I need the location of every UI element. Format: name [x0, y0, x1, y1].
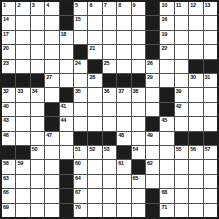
white-cell[interactable]: 19 [160, 31, 173, 44]
white-cell[interactable] [74, 31, 87, 44]
white-cell[interactable] [103, 189, 116, 202]
black-cell [189, 132, 202, 145]
white-cell[interactable]: 5 [74, 2, 87, 15]
white-cell[interactable] [146, 88, 159, 101]
white-cell[interactable] [88, 175, 101, 188]
cell-number: 44 [61, 117, 67, 123]
white-cell[interactable] [117, 16, 130, 29]
cell-number: 4 [46, 2, 49, 8]
white-cell[interactable]: 63 [2, 175, 15, 188]
cell-number: 31 [205, 74, 211, 80]
white-cell[interactable]: 13 [204, 2, 217, 15]
white-cell[interactable] [31, 117, 44, 130]
white-cell[interactable] [88, 204, 101, 217]
white-cell[interactable]: 60 [74, 160, 87, 173]
cell-number: 20 [3, 45, 9, 51]
white-cell[interactable] [45, 88, 58, 101]
white-cell[interactable]: 32 [2, 88, 15, 101]
white-cell[interactable] [146, 146, 159, 159]
black-cell [204, 60, 217, 73]
white-cell[interactable] [45, 189, 58, 202]
cell-number: 8 [118, 2, 121, 8]
cell-number: 1 [3, 2, 6, 8]
white-cell[interactable] [175, 74, 188, 87]
white-cell[interactable]: 28 [88, 74, 101, 87]
white-cell[interactable] [103, 117, 116, 130]
white-cell[interactable] [88, 16, 101, 29]
white-cell[interactable] [204, 160, 217, 173]
white-cell[interactable]: 68 [160, 189, 173, 202]
white-cell[interactable] [16, 175, 29, 188]
white-cell[interactable] [31, 132, 44, 145]
white-cell[interactable] [204, 117, 217, 130]
white-cell[interactable] [132, 16, 145, 29]
white-cell[interactable] [60, 60, 73, 73]
white-cell[interactable]: 67 [74, 189, 87, 202]
white-cell[interactable] [189, 16, 202, 29]
cell-number: 5 [75, 2, 78, 8]
cell-number: 54 [133, 146, 139, 152]
black-cell [132, 74, 145, 87]
cell-number: 21 [89, 45, 95, 51]
white-cell[interactable] [88, 117, 101, 130]
cell-number: 37 [118, 88, 124, 94]
black-cell [2, 146, 15, 159]
white-cell[interactable] [160, 160, 173, 173]
white-cell[interactable] [189, 204, 202, 217]
white-cell[interactable] [189, 88, 202, 101]
black-cell [60, 160, 73, 173]
white-cell[interactable]: 42 [175, 103, 188, 116]
cell-number: 17 [3, 31, 9, 37]
cell-number: 49 [147, 132, 153, 138]
white-cell[interactable]: 49 [146, 132, 159, 145]
white-cell[interactable]: 50 [31, 146, 44, 159]
black-cell [117, 146, 130, 159]
white-cell[interactable] [146, 175, 159, 188]
white-cell[interactable] [189, 175, 202, 188]
white-cell[interactable] [88, 103, 101, 116]
white-cell[interactable]: 23 [2, 60, 15, 73]
cell-number: 53 [104, 146, 110, 152]
white-cell[interactable]: 71 [160, 204, 173, 217]
black-cell [74, 45, 87, 58]
white-cell[interactable]: 44 [60, 117, 73, 130]
white-cell[interactable] [45, 16, 58, 29]
white-cell[interactable] [175, 204, 188, 217]
white-cell[interactable] [189, 160, 202, 173]
white-cell[interactable] [160, 60, 173, 73]
white-cell[interactable]: 57 [204, 146, 217, 159]
white-cell[interactable] [31, 175, 44, 188]
white-cell[interactable]: 62 [146, 160, 159, 173]
cell-number: 15 [75, 16, 81, 22]
white-cell[interactable] [117, 175, 130, 188]
white-cell[interactable] [204, 103, 217, 116]
black-cell [60, 16, 73, 29]
black-cell [103, 74, 116, 87]
cell-number: 70 [75, 204, 81, 210]
white-cell[interactable]: 20 [2, 45, 15, 58]
black-cell [88, 60, 101, 73]
white-cell[interactable]: 41 [60, 103, 73, 116]
white-cell[interactable] [16, 45, 29, 58]
cell-number: 68 [161, 189, 167, 195]
cell-number: 16 [161, 16, 167, 22]
black-cell [60, 175, 73, 188]
black-cell [132, 160, 145, 173]
white-cell[interactable] [160, 146, 173, 159]
white-cell[interactable]: 6 [88, 2, 101, 15]
cell-number: 14 [3, 16, 9, 22]
black-cell [117, 74, 130, 87]
white-cell[interactable] [16, 132, 29, 145]
white-cell[interactable]: 38 [132, 88, 145, 101]
white-cell[interactable] [74, 117, 87, 130]
white-cell[interactable] [175, 189, 188, 202]
white-cell[interactable] [88, 88, 101, 101]
white-cell[interactable]: 24 [74, 60, 87, 73]
white-cell[interactable]: 10 [160, 2, 173, 15]
white-cell[interactable] [204, 31, 217, 44]
white-cell[interactable] [132, 132, 145, 145]
white-cell[interactable] [16, 117, 29, 130]
cell-number: 65 [133, 175, 139, 181]
cell-number: 56 [190, 146, 196, 152]
black-cell [45, 117, 58, 130]
white-cell[interactable] [45, 45, 58, 58]
white-cell[interactable]: 36 [103, 88, 116, 101]
cell-number: 64 [75, 175, 81, 181]
cell-number: 28 [89, 74, 95, 80]
white-cell[interactable] [175, 31, 188, 44]
white-cell[interactable]: 69 [2, 204, 15, 217]
white-cell[interactable] [45, 31, 58, 44]
white-cell[interactable]: 65 [132, 175, 145, 188]
white-cell[interactable]: 15 [74, 16, 87, 29]
white-cell[interactable] [31, 160, 44, 173]
cell-number: 62 [147, 160, 153, 166]
white-cell[interactable] [88, 189, 101, 202]
cell-number: 18 [61, 31, 67, 37]
cell-number: 6 [89, 2, 92, 8]
black-cell [16, 146, 29, 159]
cell-number: 12 [190, 2, 196, 8]
white-cell[interactable]: 64 [74, 175, 87, 188]
white-cell[interactable]: 66 [2, 189, 15, 202]
white-cell[interactable] [132, 45, 145, 58]
white-cell[interactable]: 8 [117, 2, 130, 15]
white-cell[interactable]: 56 [189, 146, 202, 159]
white-cell[interactable] [31, 60, 44, 73]
cell-number: 47 [46, 132, 52, 138]
cell-number: 52 [89, 146, 95, 152]
white-cell[interactable]: 52 [88, 146, 101, 159]
white-cell[interactable]: 2 [16, 2, 29, 15]
white-cell[interactable]: 11 [175, 2, 188, 15]
white-cell[interactable] [189, 189, 202, 202]
white-cell[interactable] [160, 132, 173, 145]
white-cell[interactable] [175, 16, 188, 29]
black-cell [103, 132, 116, 145]
white-cell[interactable] [74, 74, 87, 87]
white-cell[interactable] [117, 31, 130, 44]
cell-number: 66 [3, 189, 9, 195]
white-cell[interactable]: 46 [2, 132, 15, 145]
white-cell[interactable] [132, 31, 145, 44]
white-cell[interactable]: 3 [31, 2, 44, 15]
white-cell[interactable] [117, 189, 130, 202]
white-cell[interactable] [175, 45, 188, 58]
black-cell [146, 189, 159, 202]
white-cell[interactable]: 43 [2, 117, 15, 130]
white-cell[interactable] [103, 31, 116, 44]
white-cell[interactable] [103, 175, 116, 188]
white-cell[interactable] [31, 16, 44, 29]
white-cell[interactable] [204, 175, 217, 188]
white-cell[interactable]: 4 [45, 2, 58, 15]
cell-number: 3 [32, 2, 35, 8]
white-cell[interactable]: 7 [103, 2, 116, 15]
black-cell [31, 74, 44, 87]
white-cell[interactable] [103, 204, 116, 217]
white-cell[interactable]: 1 [2, 2, 15, 15]
white-cell[interactable] [45, 204, 58, 217]
cell-number: 7 [104, 2, 107, 8]
white-cell[interactable]: 12 [189, 2, 202, 15]
white-cell[interactable] [88, 160, 101, 173]
black-cell [2, 74, 15, 87]
black-cell [60, 204, 73, 217]
cell-number: 33 [17, 88, 23, 94]
white-cell[interactable] [31, 103, 44, 116]
black-cell [146, 2, 159, 15]
black-cell [45, 103, 58, 116]
cell-number: 41 [61, 103, 67, 109]
cell-number: 34 [32, 88, 38, 94]
white-cell[interactable] [189, 31, 202, 44]
black-cell [60, 88, 73, 101]
cell-number: 61 [118, 160, 124, 166]
white-cell[interactable]: 14 [2, 16, 15, 29]
white-cell[interactable] [132, 204, 145, 217]
white-cell[interactable] [60, 45, 73, 58]
white-cell[interactable] [132, 60, 145, 73]
cell-number: 67 [75, 189, 81, 195]
white-cell[interactable] [103, 160, 116, 173]
white-cell[interactable]: 29 [146, 74, 159, 87]
black-cell [146, 16, 159, 29]
cell-number: 29 [147, 74, 153, 80]
white-cell[interactable] [45, 160, 58, 173]
cell-number: 55 [176, 146, 182, 152]
white-cell[interactable]: 58 [2, 160, 15, 173]
white-cell[interactable] [160, 175, 173, 188]
cell-number: 35 [75, 88, 81, 94]
white-cell[interactable] [31, 204, 44, 217]
white-cell[interactable]: 34 [31, 88, 44, 101]
white-cell[interactable]: 54 [132, 146, 145, 159]
black-cell [160, 88, 173, 101]
white-cell[interactable]: 48 [117, 132, 130, 145]
cell-number: 58 [3, 160, 9, 166]
cell-number: 2 [17, 2, 20, 8]
black-cell [146, 117, 159, 130]
white-cell[interactable]: 53 [103, 146, 116, 159]
cell-number: 51 [75, 146, 81, 152]
white-cell[interactable] [117, 117, 130, 130]
cell-number: 36 [104, 88, 110, 94]
white-cell[interactable] [16, 16, 29, 29]
white-cell[interactable] [204, 88, 217, 101]
white-cell[interactable] [31, 31, 44, 44]
cell-number: 42 [176, 103, 182, 109]
white-cell[interactable] [103, 45, 116, 58]
white-cell[interactable]: 25 [103, 60, 116, 73]
white-cell[interactable] [103, 103, 116, 116]
black-cell [146, 204, 159, 217]
white-cell[interactable]: 39 [175, 88, 188, 101]
white-cell[interactable] [103, 16, 116, 29]
cell-number: 10 [161, 2, 167, 8]
white-cell[interactable]: 40 [2, 103, 15, 116]
black-cell [60, 189, 73, 202]
white-cell[interactable] [132, 103, 145, 116]
cell-number: 24 [75, 60, 81, 66]
cell-number: 13 [205, 2, 211, 8]
white-cell[interactable] [117, 103, 130, 116]
white-cell[interactable]: 45 [160, 117, 173, 130]
white-cell[interactable] [16, 31, 29, 44]
crossword-grid: 1234567891011121314151617181920212223242… [0, 0, 219, 219]
cell-number: 71 [161, 204, 167, 210]
white-cell[interactable] [60, 74, 73, 87]
white-cell[interactable] [31, 45, 44, 58]
white-cell[interactable] [132, 117, 145, 130]
black-cell [146, 45, 159, 58]
cell-number: 57 [205, 146, 211, 152]
cell-number: 45 [161, 117, 167, 123]
white-cell[interactable] [189, 117, 202, 130]
white-cell[interactable] [132, 189, 145, 202]
white-cell[interactable] [204, 16, 217, 29]
white-cell[interactable] [175, 117, 188, 130]
white-cell[interactable]: 31 [204, 74, 217, 87]
white-cell[interactable] [88, 31, 101, 44]
white-cell[interactable] [175, 160, 188, 173]
white-cell[interactable]: 26 [146, 60, 159, 73]
cell-number: 38 [133, 88, 139, 94]
white-cell[interactable]: 55 [175, 146, 188, 159]
white-cell[interactable]: 33 [16, 88, 29, 101]
white-cell[interactable] [45, 175, 58, 188]
cell-number: 39 [176, 88, 182, 94]
white-cell[interactable] [146, 103, 159, 116]
white-cell[interactable]: 30 [189, 74, 202, 87]
white-cell[interactable] [16, 189, 29, 202]
white-cell[interactable]: 22 [160, 45, 173, 58]
white-cell[interactable] [16, 60, 29, 73]
cell-number: 63 [3, 175, 9, 181]
white-cell[interactable]: 51 [74, 146, 87, 159]
black-cell [16, 74, 29, 87]
cell-number: 40 [3, 103, 9, 109]
white-cell[interactable] [74, 103, 87, 116]
black-cell [88, 132, 101, 145]
cell-number: 59 [17, 160, 23, 166]
white-cell[interactable]: 16 [160, 16, 173, 29]
white-cell[interactable]: 21 [88, 45, 101, 58]
white-cell[interactable] [117, 204, 130, 217]
white-cell[interactable] [175, 60, 188, 73]
white-cell[interactable] [45, 146, 58, 159]
white-cell[interactable] [117, 45, 130, 58]
cell-number: 11 [176, 2, 181, 8]
white-cell[interactable]: 61 [117, 160, 130, 173]
white-cell[interactable]: 27 [45, 74, 58, 87]
black-cell [189, 60, 202, 73]
white-cell[interactable] [31, 189, 44, 202]
black-cell [160, 103, 173, 116]
white-cell[interactable]: 37 [117, 88, 130, 101]
cell-number: 46 [3, 132, 9, 138]
white-cell[interactable] [60, 132, 73, 145]
black-cell [204, 132, 217, 145]
white-cell[interactable] [117, 60, 130, 73]
white-cell[interactable] [16, 204, 29, 217]
white-cell[interactable] [204, 45, 217, 58]
cell-number: 26 [147, 60, 153, 66]
white-cell[interactable] [16, 103, 29, 116]
cell-number: 69 [3, 204, 9, 210]
cell-number: 43 [3, 117, 9, 123]
white-cell[interactable] [204, 204, 217, 217]
black-cell [175, 132, 188, 145]
black-cell [74, 132, 87, 145]
cell-number: 60 [75, 160, 81, 166]
cell-number: 23 [3, 60, 9, 66]
cell-number: 30 [190, 74, 196, 80]
black-cell [146, 31, 159, 44]
cell-number: 27 [46, 74, 52, 80]
cell-number: 25 [104, 60, 110, 66]
cell-number: 22 [161, 45, 167, 51]
black-cell [60, 2, 73, 15]
white-cell[interactable]: 9 [132, 2, 145, 15]
white-cell[interactable] [175, 175, 188, 188]
white-cell[interactable]: 59 [16, 160, 29, 173]
white-cell[interactable] [189, 103, 202, 116]
cell-number: 50 [32, 146, 38, 152]
cell-number: 32 [3, 88, 9, 94]
cell-number: 48 [118, 132, 124, 138]
white-cell[interactable] [60, 146, 73, 159]
white-cell[interactable] [160, 74, 173, 87]
cell-number: 9 [133, 2, 136, 8]
white-cell[interactable]: 17 [2, 31, 15, 44]
cell-number: 19 [161, 31, 167, 37]
white-cell[interactable] [45, 60, 58, 73]
white-cell[interactable] [189, 45, 202, 58]
white-cell[interactable] [204, 189, 217, 202]
white-cell[interactable]: 35 [74, 88, 87, 101]
white-cell[interactable]: 47 [45, 132, 58, 145]
white-cell[interactable]: 18 [60, 31, 73, 44]
white-cell[interactable]: 70 [74, 204, 87, 217]
